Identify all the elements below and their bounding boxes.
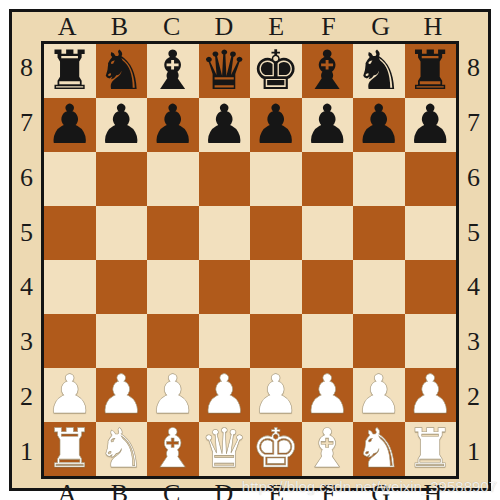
page: ABCDEFGH 87654321 ♜♞♝♛♚♝♞♜♟♟♟♟♟♟♟♟♟♟♟♟♟♟… — [0, 0, 500, 500]
board-frame: ABCDEFGH 87654321 ♜♞♝♛♚♝♞♜♟♟♟♟♟♟♟♟♟♟♟♟♟♟… — [9, 9, 491, 491]
square-b3[interactable] — [96, 314, 148, 368]
file-label: B — [93, 14, 145, 40]
piece-black-pawn: ♟ — [97, 98, 145, 152]
square-g4[interactable] — [353, 260, 405, 314]
square-g1[interactable]: ♞ — [353, 422, 405, 476]
square-f1[interactable]: ♝ — [302, 422, 354, 476]
piece-white-rook: ♜ — [46, 422, 94, 476]
file-label: E — [250, 14, 302, 40]
square-e2[interactable]: ♟ — [250, 368, 302, 422]
square-a6[interactable] — [44, 152, 96, 206]
square-c5[interactable] — [147, 206, 199, 260]
file-label: A — [41, 14, 93, 40]
square-d3[interactable] — [199, 314, 251, 368]
square-e8[interactable]: ♚ — [250, 44, 302, 98]
file-labels-top: ABCDEFGH — [41, 12, 459, 41]
square-g3[interactable] — [353, 314, 405, 368]
piece-black-pawn: ♟ — [46, 98, 94, 152]
file-label: F — [302, 14, 354, 40]
piece-white-pawn: ♟ — [303, 368, 351, 422]
piece-black-queen: ♛ — [200, 44, 248, 98]
rank-label: 3 — [20, 329, 33, 355]
square-a4[interactable] — [44, 260, 96, 314]
square-b4[interactable] — [96, 260, 148, 314]
file-label: D — [198, 14, 250, 40]
piece-black-pawn: ♟ — [149, 98, 197, 152]
rank-label: 5 — [20, 220, 33, 246]
file-label: B — [93, 481, 145, 500]
square-g2[interactable]: ♟ — [353, 368, 405, 422]
square-a2[interactable]: ♟ — [44, 368, 96, 422]
piece-white-knight: ♞ — [97, 422, 145, 476]
rank-label: 8 — [467, 55, 480, 81]
square-d2[interactable]: ♟ — [199, 368, 251, 422]
square-c6[interactable] — [147, 152, 199, 206]
file-label: A — [41, 481, 93, 500]
piece-white-pawn: ♟ — [149, 368, 197, 422]
piece-black-pawn: ♟ — [303, 98, 351, 152]
rank-label: 6 — [467, 165, 480, 191]
piece-white-pawn: ♟ — [97, 368, 145, 422]
piece-black-pawn: ♟ — [406, 98, 454, 152]
square-h8[interactable]: ♜ — [405, 44, 457, 98]
square-b2[interactable]: ♟ — [96, 368, 148, 422]
square-h2[interactable]: ♟ — [405, 368, 457, 422]
square-b1[interactable]: ♞ — [96, 422, 148, 476]
square-b5[interactable] — [96, 206, 148, 260]
square-d5[interactable] — [199, 206, 251, 260]
rank-labels-right: 87654321 — [459, 41, 488, 479]
piece-black-pawn: ♟ — [200, 98, 248, 152]
piece-black-pawn: ♟ — [355, 98, 403, 152]
square-f6[interactable] — [302, 152, 354, 206]
file-label: H — [407, 14, 459, 40]
piece-white-bishop: ♝ — [149, 422, 197, 476]
square-c8[interactable]: ♝ — [147, 44, 199, 98]
square-e3[interactable] — [250, 314, 302, 368]
square-d1[interactable]: ♛ — [199, 422, 251, 476]
square-h3[interactable] — [405, 314, 457, 368]
rank-label: 7 — [20, 110, 33, 136]
square-f5[interactable] — [302, 206, 354, 260]
rank-label: 2 — [467, 384, 480, 410]
piece-white-pawn: ♟ — [46, 368, 94, 422]
file-label: G — [355, 14, 407, 40]
square-c1[interactable]: ♝ — [147, 422, 199, 476]
square-d7[interactable]: ♟ — [199, 98, 251, 152]
rank-label: 7 — [467, 110, 480, 136]
square-g6[interactable] — [353, 152, 405, 206]
square-a3[interactable] — [44, 314, 96, 368]
piece-black-knight: ♞ — [97, 44, 145, 98]
square-b7[interactable]: ♟ — [96, 98, 148, 152]
rank-label: 6 — [20, 165, 33, 191]
rank-label: 4 — [467, 274, 480, 300]
rank-label: 5 — [467, 220, 480, 246]
square-c3[interactable] — [147, 314, 199, 368]
piece-white-knight: ♞ — [355, 422, 403, 476]
square-e4[interactable] — [250, 260, 302, 314]
square-h4[interactable] — [405, 260, 457, 314]
square-f3[interactable] — [302, 314, 354, 368]
piece-white-pawn: ♟ — [200, 368, 248, 422]
rank-label: 1 — [467, 439, 480, 465]
rank-labels-left: 87654321 — [12, 41, 41, 479]
square-h1[interactable]: ♜ — [405, 422, 457, 476]
piece-white-pawn: ♟ — [355, 368, 403, 422]
square-h6[interactable] — [405, 152, 457, 206]
piece-black-knight: ♞ — [355, 44, 403, 98]
piece-white-pawn: ♟ — [406, 368, 454, 422]
piece-white-queen: ♛ — [200, 422, 248, 476]
piece-black-rook: ♜ — [46, 44, 94, 98]
square-f2[interactable]: ♟ — [302, 368, 354, 422]
square-a1[interactable]: ♜ — [44, 422, 96, 476]
square-f7[interactable]: ♟ — [302, 98, 354, 152]
square-b8[interactable]: ♞ — [96, 44, 148, 98]
square-h5[interactable] — [405, 206, 457, 260]
square-a7[interactable]: ♟ — [44, 98, 96, 152]
square-a8[interactable]: ♜ — [44, 44, 96, 98]
rank-label: 1 — [20, 439, 33, 465]
watermark-link: https://blog.csdn.net/weixin_39588907 — [242, 478, 497, 495]
piece-black-bishop: ♝ — [303, 44, 351, 98]
piece-white-rook: ♜ — [406, 422, 454, 476]
file-label: C — [146, 14, 198, 40]
piece-black-rook: ♜ — [406, 44, 454, 98]
file-label: C — [146, 481, 198, 500]
square-a5[interactable] — [44, 206, 96, 260]
piece-black-king: ♚ — [252, 44, 300, 98]
square-e5[interactable] — [250, 206, 302, 260]
square-e1[interactable]: ♚ — [250, 422, 302, 476]
square-d4[interactable] — [199, 260, 251, 314]
rank-label: 3 — [467, 329, 480, 355]
square-e6[interactable] — [250, 152, 302, 206]
piece-white-king: ♚ — [252, 422, 300, 476]
piece-black-pawn: ♟ — [252, 98, 300, 152]
square-f8[interactable]: ♝ — [302, 44, 354, 98]
square-f4[interactable] — [302, 260, 354, 314]
piece-white-bishop: ♝ — [303, 422, 351, 476]
piece-black-bishop: ♝ — [149, 44, 197, 98]
square-c7[interactable]: ♟ — [147, 98, 199, 152]
square-g5[interactable] — [353, 206, 405, 260]
piece-white-pawn: ♟ — [252, 368, 300, 422]
square-b6[interactable] — [96, 152, 148, 206]
square-c2[interactable]: ♟ — [147, 368, 199, 422]
square-h7[interactable]: ♟ — [405, 98, 457, 152]
rank-label: 4 — [20, 274, 33, 300]
square-g7[interactable]: ♟ — [353, 98, 405, 152]
square-d6[interactable] — [199, 152, 251, 206]
rank-label: 8 — [20, 55, 33, 81]
square-e7[interactable]: ♟ — [250, 98, 302, 152]
chess-board: ♜♞♝♛♚♝♞♜♟♟♟♟♟♟♟♟♟♟♟♟♟♟♟♟♜♞♝♛♚♝♞♜ — [41, 41, 459, 479]
square-c4[interactable] — [147, 260, 199, 314]
square-g8[interactable]: ♞ — [353, 44, 405, 98]
square-d8[interactable]: ♛ — [199, 44, 251, 98]
rank-label: 2 — [20, 384, 33, 410]
